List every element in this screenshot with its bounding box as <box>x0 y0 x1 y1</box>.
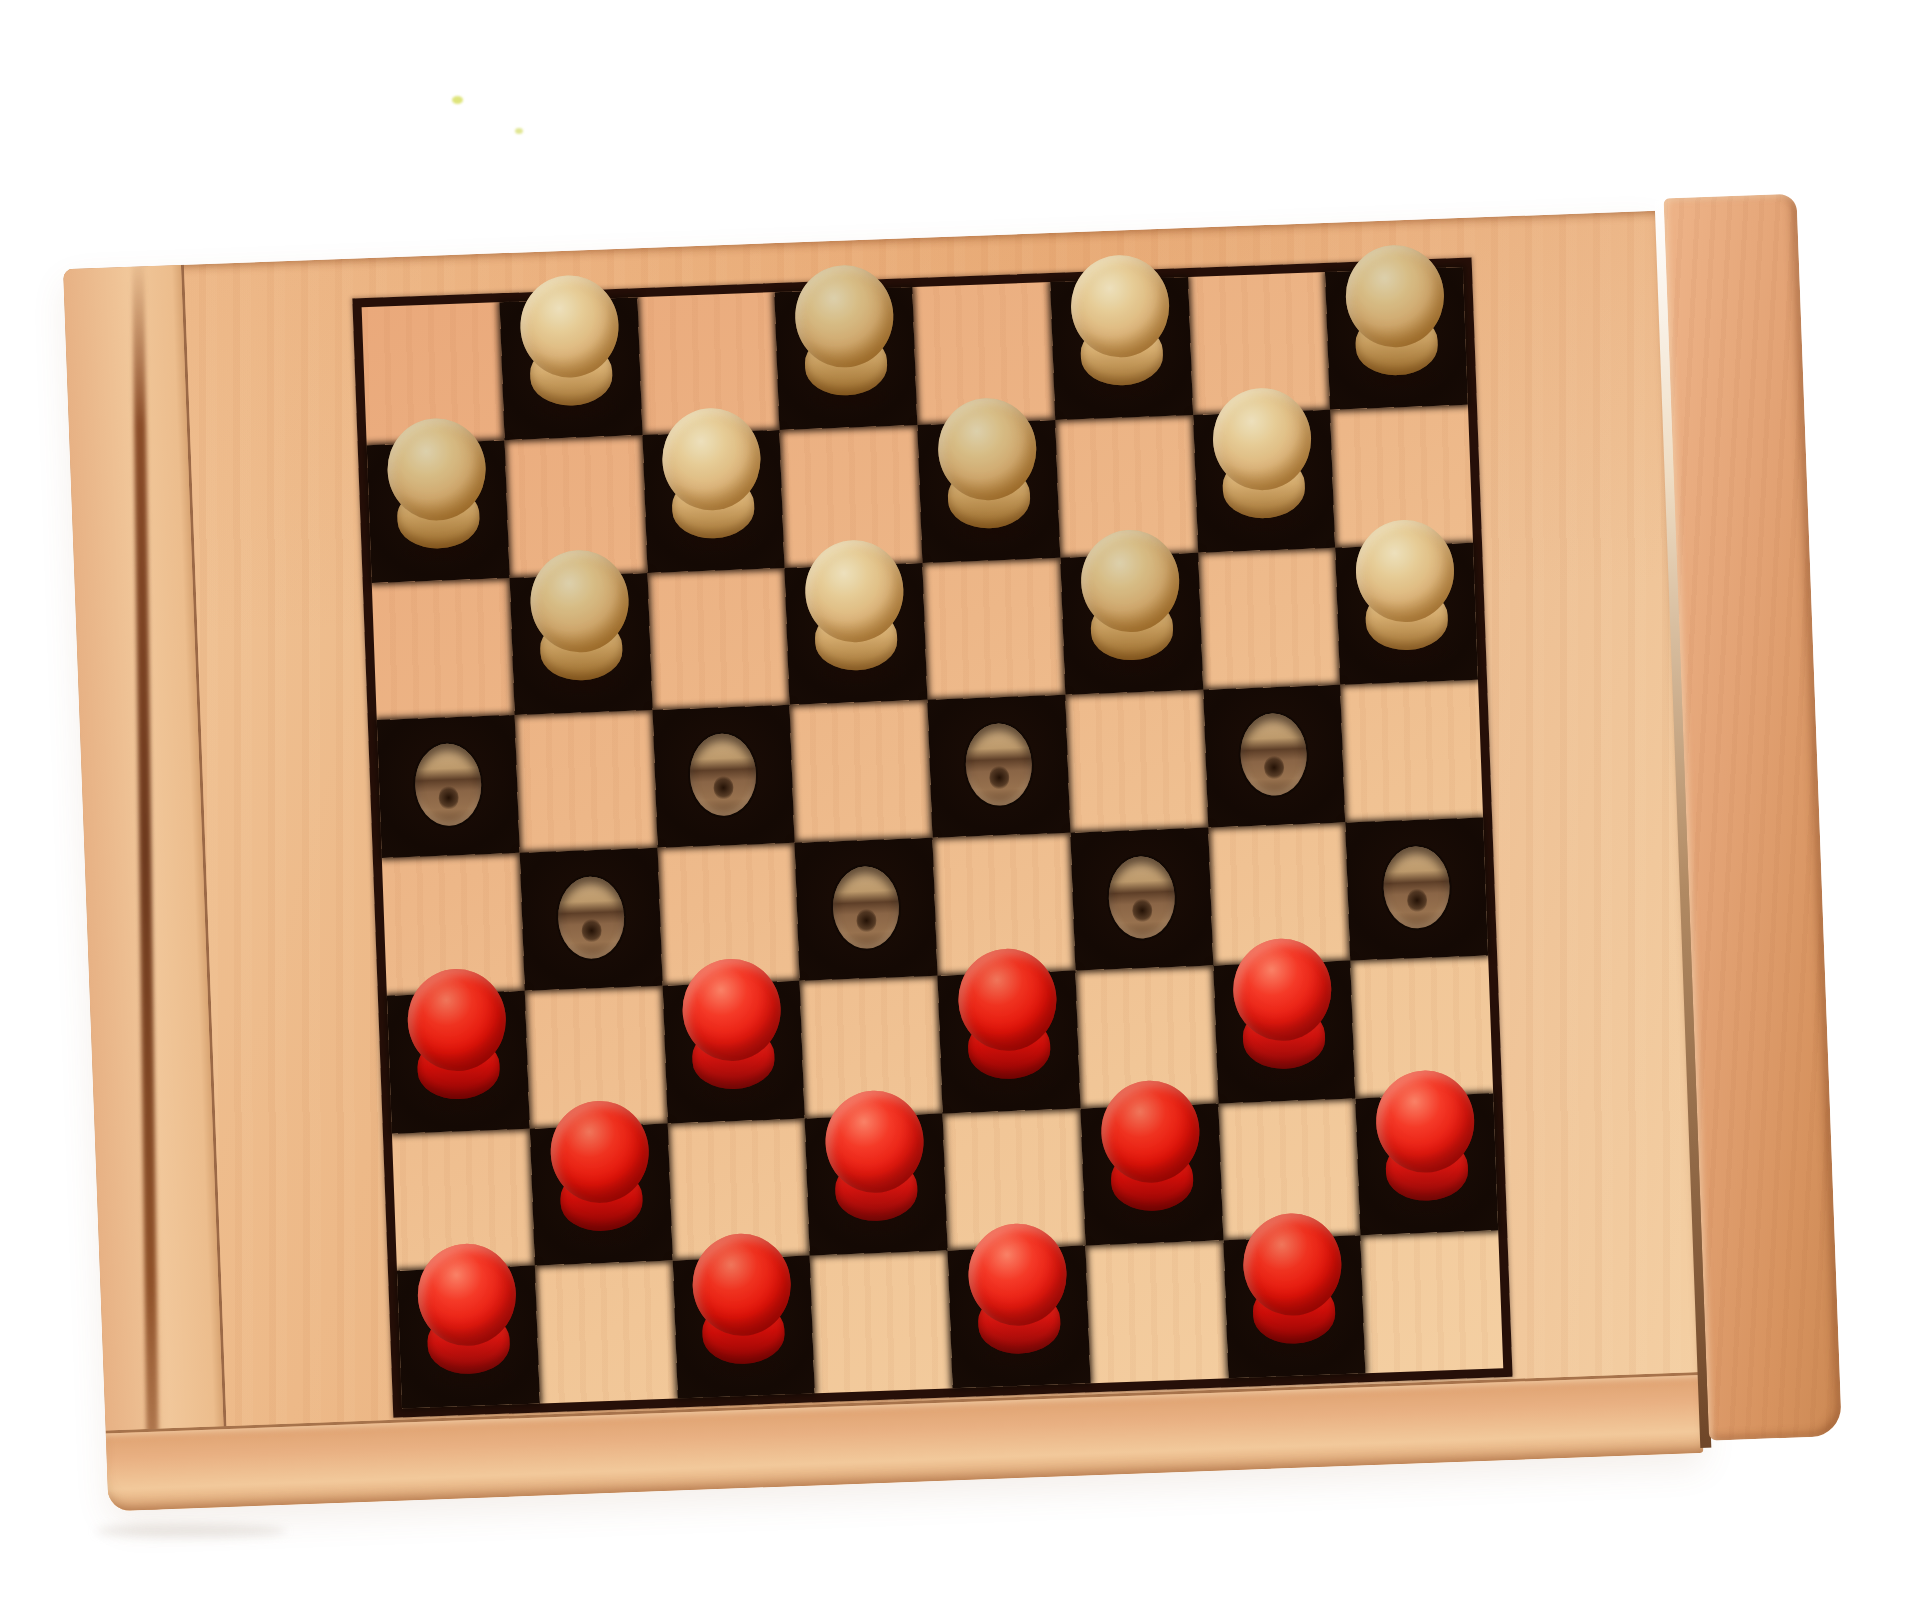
dust-speck <box>452 96 463 104</box>
light-square <box>790 700 933 843</box>
peg-hole <box>1240 712 1309 796</box>
checker-peg-natural[interactable] <box>518 274 621 425</box>
light-square <box>1340 680 1483 823</box>
peg-hole <box>556 875 625 959</box>
dark-square-29[interactable] <box>397 1266 540 1409</box>
checker-peg-natural[interactable] <box>528 549 631 700</box>
photo-background <box>0 0 1920 1603</box>
peg-hole <box>964 723 1033 807</box>
background-smudge <box>96 1524 286 1538</box>
dark-square-13[interactable] <box>377 715 520 858</box>
light-square <box>1361 1231 1504 1374</box>
dark-square-11[interactable] <box>1060 552 1203 695</box>
peg-hole <box>1107 855 1176 939</box>
dark-square-23[interactable] <box>937 970 1080 1113</box>
checker-peg-natural[interactable] <box>1212 386 1315 537</box>
checker-peg-red[interactable] <box>967 1222 1070 1373</box>
peg-hole <box>832 865 901 949</box>
dark-square-5[interactable] <box>367 440 510 583</box>
dark-square-8[interactable] <box>1193 410 1336 553</box>
light-square <box>535 1261 678 1404</box>
checker-peg-natural[interactable] <box>386 416 489 567</box>
checker-peg-natural[interactable] <box>794 263 897 414</box>
peg-hole <box>1382 845 1451 929</box>
dark-square-20[interactable] <box>1345 818 1488 961</box>
dark-square-25[interactable] <box>530 1123 673 1266</box>
peg-hole <box>414 743 483 827</box>
dark-square-31[interactable] <box>948 1246 1091 1389</box>
light-square <box>372 578 515 721</box>
checkers-board <box>352 258 1512 1418</box>
checker-peg-red[interactable] <box>956 947 1059 1098</box>
dark-square-24[interactable] <box>1213 960 1356 1103</box>
checker-peg-red[interactable] <box>1099 1079 1202 1230</box>
checker-peg-natural[interactable] <box>661 406 764 557</box>
dark-square-9[interactable] <box>509 573 652 716</box>
checker-peg-natural[interactable] <box>1354 519 1457 670</box>
dark-square-21[interactable] <box>387 991 530 1134</box>
checker-peg-red[interactable] <box>406 967 509 1118</box>
dark-square-12[interactable] <box>1335 542 1478 685</box>
checker-peg-red[interactable] <box>1242 1212 1345 1363</box>
dark-square-18[interactable] <box>795 838 938 981</box>
dark-square-1[interactable] <box>499 297 642 440</box>
light-square <box>810 1251 953 1394</box>
dark-square-4[interactable] <box>1325 267 1468 410</box>
checker-peg-red[interactable] <box>549 1100 652 1251</box>
dust-speck <box>515 128 523 134</box>
dark-square-17[interactable] <box>519 848 662 991</box>
checker-peg-natural[interactable] <box>804 539 907 690</box>
dark-square-7[interactable] <box>917 420 1060 563</box>
light-square <box>514 710 657 853</box>
checker-peg-red[interactable] <box>691 1232 794 1383</box>
dark-square-16[interactable] <box>1203 685 1346 828</box>
dark-square-14[interactable] <box>652 705 795 848</box>
dark-square-3[interactable] <box>1050 277 1193 420</box>
checker-peg-natural[interactable] <box>1344 243 1447 394</box>
dark-square-15[interactable] <box>927 695 1070 838</box>
light-square <box>1198 547 1341 690</box>
dark-square-32[interactable] <box>1223 1236 1366 1379</box>
checker-peg-natural[interactable] <box>936 396 1039 547</box>
wooden-game-box <box>63 194 1843 1512</box>
dark-square-28[interactable] <box>1356 1093 1499 1236</box>
box-lid-face <box>63 211 1703 1512</box>
peg-hole <box>689 733 758 817</box>
light-square <box>922 557 1065 700</box>
checker-peg-red[interactable] <box>1374 1069 1477 1220</box>
dark-square-6[interactable] <box>642 430 785 573</box>
checker-peg-red[interactable] <box>824 1089 927 1240</box>
dark-square-30[interactable] <box>672 1256 815 1399</box>
checker-peg-red[interactable] <box>681 957 784 1108</box>
box-left-edge <box>63 265 229 1512</box>
dark-square-19[interactable] <box>1070 828 1213 971</box>
dark-square-10[interactable] <box>785 562 928 705</box>
checker-peg-natural[interactable] <box>1079 529 1182 680</box>
dark-square-27[interactable] <box>1080 1103 1223 1246</box>
checker-peg-red[interactable] <box>416 1242 519 1393</box>
dark-square-22[interactable] <box>662 980 805 1123</box>
checker-peg-natural[interactable] <box>1069 253 1172 404</box>
light-square <box>647 567 790 710</box>
wood-grain-streak <box>132 265 161 1512</box>
dark-square-26[interactable] <box>805 1113 948 1256</box>
checker-peg-red[interactable] <box>1232 937 1335 1088</box>
dark-square-2[interactable] <box>775 287 918 430</box>
light-square <box>1065 690 1208 833</box>
light-square <box>1085 1241 1228 1384</box>
